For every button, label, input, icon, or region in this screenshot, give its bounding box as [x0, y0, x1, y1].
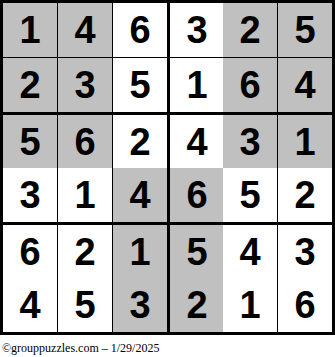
- cell-r2c2[interactable]: 3: [58, 58, 112, 112]
- cell-r6c5[interactable]: 1: [223, 278, 277, 332]
- cell-r3c3[interactable]: 2: [113, 113, 167, 169]
- cell-r6c4[interactable]: 2: [168, 278, 224, 332]
- cell-r5c1[interactable]: 6: [3, 223, 57, 279]
- cell-r2c4[interactable]: 1: [168, 58, 224, 112]
- cell-r5c3[interactable]: 1: [113, 223, 167, 279]
- cell-r1c3[interactable]: 6: [113, 3, 167, 57]
- cell-r2c3[interactable]: 5: [113, 58, 167, 112]
- cell-r1c1[interactable]: 1: [3, 3, 57, 57]
- cell-r4c3[interactable]: 4: [113, 168, 167, 222]
- cell-r5c4[interactable]: 5: [168, 223, 224, 279]
- cell-r3c1[interactable]: 5: [3, 113, 57, 169]
- cell-r4c6[interactable]: 2: [278, 168, 332, 222]
- page: 146325235164562431314652621543453216 ©gr…: [0, 0, 335, 357]
- cell-r2c1[interactable]: 2: [3, 58, 57, 112]
- cell-r5c2[interactable]: 2: [58, 223, 112, 279]
- cell-r3c5[interactable]: 3: [223, 113, 277, 169]
- cell-r6c3[interactable]: 3: [113, 278, 167, 332]
- cell-r4c5[interactable]: 5: [223, 168, 277, 222]
- cell-r4c4[interactable]: 6: [168, 168, 224, 222]
- cell-r2c5[interactable]: 6: [223, 58, 277, 112]
- cell-r3c6[interactable]: 1: [278, 113, 332, 169]
- cell-r5c5[interactable]: 4: [223, 223, 277, 279]
- cell-r1c4[interactable]: 3: [168, 3, 224, 57]
- cell-r1c6[interactable]: 5: [278, 3, 332, 57]
- cell-r4c2[interactable]: 1: [58, 168, 112, 222]
- cell-r2c6[interactable]: 4: [278, 58, 332, 112]
- cell-r6c2[interactable]: 5: [58, 278, 112, 332]
- cell-r4c1[interactable]: 3: [3, 168, 57, 222]
- cell-r3c2[interactable]: 6: [58, 113, 112, 169]
- cell-r1c2[interactable]: 4: [58, 3, 112, 57]
- cell-r3c4[interactable]: 4: [168, 113, 224, 169]
- cell-r1c5[interactable]: 2: [223, 3, 277, 57]
- copyright: ©grouppuzzles.com – 1/29/2025: [2, 341, 159, 356]
- cell-r6c6[interactable]: 6: [278, 278, 332, 332]
- cell-r5c6[interactable]: 3: [278, 223, 332, 279]
- cell-r6c1[interactable]: 4: [3, 278, 57, 332]
- sudoku-board: 146325235164562431314652621543453216: [0, 0, 335, 335]
